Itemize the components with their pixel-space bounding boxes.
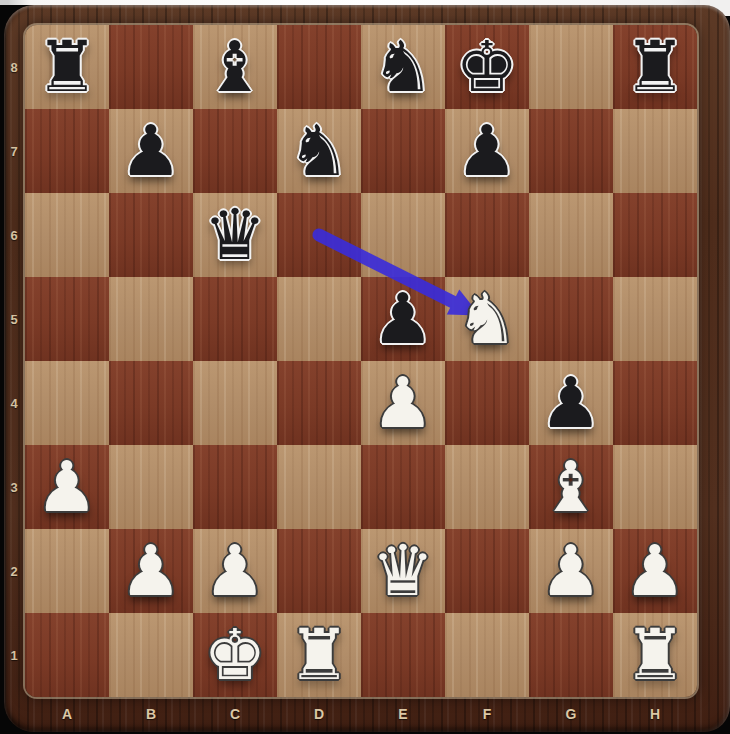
- piece-black-bishop-c8[interactable]: ♝: [204, 25, 267, 109]
- rank-label-7: 7: [3, 109, 25, 193]
- square-a1[interactable]: [25, 613, 109, 697]
- square-f4[interactable]: [445, 361, 529, 445]
- square-h4[interactable]: [613, 361, 697, 445]
- piece-black-rook-a8[interactable]: ♜: [36, 25, 99, 109]
- square-e5[interactable]: ♟: [361, 277, 445, 361]
- square-e2[interactable]: ♛: [361, 529, 445, 613]
- square-c4[interactable]: [193, 361, 277, 445]
- piece-white-queen-e2[interactable]: ♛: [372, 529, 435, 613]
- square-e6[interactable]: [361, 193, 445, 277]
- square-b8[interactable]: [109, 25, 193, 109]
- square-b2[interactable]: ♟: [109, 529, 193, 613]
- rank-label-2: 2: [3, 529, 25, 613]
- square-g5[interactable]: [529, 277, 613, 361]
- square-g3[interactable]: ♝: [529, 445, 613, 529]
- square-a7[interactable]: [25, 109, 109, 193]
- piece-white-pawn-c2[interactable]: ♟: [204, 529, 267, 613]
- square-d2[interactable]: [277, 529, 361, 613]
- piece-white-pawn-g2[interactable]: ♟: [540, 529, 603, 613]
- file-label-g: G: [529, 697, 613, 730]
- square-c2[interactable]: ♟: [193, 529, 277, 613]
- square-h2[interactable]: ♟: [613, 529, 697, 613]
- piece-black-pawn-b7[interactable]: ♟: [120, 109, 183, 193]
- square-h3[interactable]: [613, 445, 697, 529]
- rank-label-4: 4: [3, 361, 25, 445]
- square-b6[interactable]: [109, 193, 193, 277]
- square-f5[interactable]: ♞: [445, 277, 529, 361]
- square-f8[interactable]: ♚: [445, 25, 529, 109]
- square-c6[interactable]: ♛: [193, 193, 277, 277]
- square-b5[interactable]: [109, 277, 193, 361]
- piece-black-pawn-f7[interactable]: ♟: [456, 109, 519, 193]
- square-a8[interactable]: ♜: [25, 25, 109, 109]
- square-e4[interactable]: ♟: [361, 361, 445, 445]
- square-a4[interactable]: [25, 361, 109, 445]
- piece-white-pawn-h2[interactable]: ♟: [624, 529, 687, 613]
- file-label-c: C: [193, 697, 277, 730]
- square-a2[interactable]: [25, 529, 109, 613]
- square-f2[interactable]: [445, 529, 529, 613]
- piece-white-bishop-g3[interactable]: ♝: [540, 445, 603, 529]
- square-h8[interactable]: ♜: [613, 25, 697, 109]
- square-f1[interactable]: [445, 613, 529, 697]
- square-d3[interactable]: [277, 445, 361, 529]
- square-h5[interactable]: [613, 277, 697, 361]
- square-d5[interactable]: [277, 277, 361, 361]
- chess-board-page: 87654321 ABCDEFGH ♜♝♞♚♜♟♞♟♛♟♞♟♟♟♝♟♟♛♟♟♚♜…: [0, 0, 730, 734]
- piece-black-king-f8[interactable]: ♚: [456, 25, 519, 109]
- square-a6[interactable]: [25, 193, 109, 277]
- square-g4[interactable]: ♟: [529, 361, 613, 445]
- square-d7[interactable]: ♞: [277, 109, 361, 193]
- square-g2[interactable]: ♟: [529, 529, 613, 613]
- square-e7[interactable]: [361, 109, 445, 193]
- piece-black-knight-e8[interactable]: ♞: [372, 25, 435, 109]
- piece-black-pawn-e5[interactable]: ♟: [372, 277, 435, 361]
- square-h7[interactable]: [613, 109, 697, 193]
- square-e1[interactable]: [361, 613, 445, 697]
- file-label-h: H: [613, 697, 697, 730]
- square-e8[interactable]: ♞: [361, 25, 445, 109]
- square-f7[interactable]: ♟: [445, 109, 529, 193]
- file-label-a: A: [25, 697, 109, 730]
- rank-label-3: 3: [3, 445, 25, 529]
- square-b1[interactable]: [109, 613, 193, 697]
- square-a3[interactable]: ♟: [25, 445, 109, 529]
- file-label-e: E: [361, 697, 445, 730]
- square-d4[interactable]: [277, 361, 361, 445]
- square-c7[interactable]: [193, 109, 277, 193]
- rank-labels: 87654321: [3, 25, 25, 697]
- rank-label-1: 1: [3, 613, 25, 697]
- square-b3[interactable]: [109, 445, 193, 529]
- square-g1[interactable]: [529, 613, 613, 697]
- piece-white-pawn-a3[interactable]: ♟: [36, 445, 99, 529]
- square-h1[interactable]: ♜: [613, 613, 697, 697]
- square-c5[interactable]: [193, 277, 277, 361]
- piece-white-rook-h1[interactable]: ♜: [624, 613, 687, 697]
- piece-white-king-c1[interactable]: ♚: [204, 613, 267, 697]
- piece-black-queen-c6[interactable]: ♛: [204, 193, 267, 277]
- square-e3[interactable]: [361, 445, 445, 529]
- square-c8[interactable]: ♝: [193, 25, 277, 109]
- square-b4[interactable]: [109, 361, 193, 445]
- piece-black-knight-d7[interactable]: ♞: [288, 109, 351, 193]
- square-d1[interactable]: ♜: [277, 613, 361, 697]
- file-label-f: F: [445, 697, 529, 730]
- file-label-b: B: [109, 697, 193, 730]
- rank-label-8: 8: [3, 25, 25, 109]
- square-g7[interactable]: [529, 109, 613, 193]
- square-f6[interactable]: [445, 193, 529, 277]
- square-h6[interactable]: [613, 193, 697, 277]
- square-g8[interactable]: [529, 25, 613, 109]
- piece-white-rook-d1[interactable]: ♜: [288, 613, 351, 697]
- square-a5[interactable]: [25, 277, 109, 361]
- square-d8[interactable]: [277, 25, 361, 109]
- square-g6[interactable]: [529, 193, 613, 277]
- square-c1[interactable]: ♚: [193, 613, 277, 697]
- square-f3[interactable]: [445, 445, 529, 529]
- file-label-d: D: [277, 697, 361, 730]
- board-grid: ♜♝♞♚♜♟♞♟♛♟♞♟♟♟♝♟♟♛♟♟♚♜♜: [25, 25, 697, 697]
- piece-white-pawn-b2[interactable]: ♟: [120, 529, 183, 613]
- rank-label-5: 5: [3, 277, 25, 361]
- piece-white-pawn-e4[interactable]: ♟: [372, 361, 435, 445]
- piece-black-pawn-g4[interactable]: ♟: [540, 361, 603, 445]
- square-d6[interactable]: [277, 193, 361, 277]
- piece-black-rook-h8[interactable]: ♜: [624, 25, 687, 109]
- rank-label-6: 6: [3, 193, 25, 277]
- square-c3[interactable]: [193, 445, 277, 529]
- file-labels: ABCDEFGH: [25, 697, 697, 730]
- square-b7[interactable]: ♟: [109, 109, 193, 193]
- piece-white-knight-f5[interactable]: ♞: [456, 277, 519, 361]
